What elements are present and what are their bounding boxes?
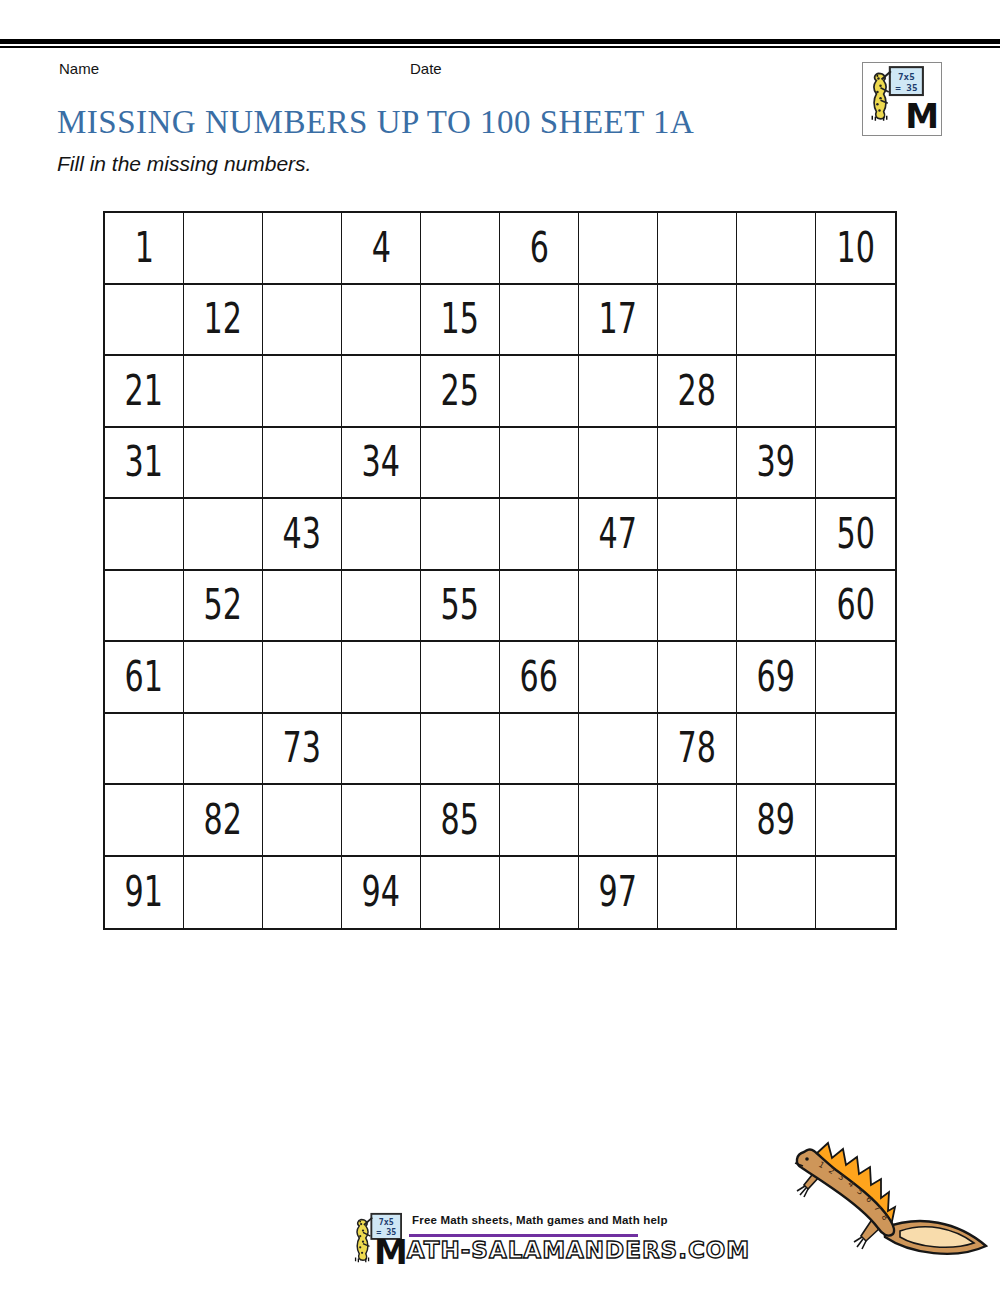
grid-number: 17 [599, 298, 637, 340]
grid-cell-blank[interactable] [263, 857, 342, 929]
grid-cell-blank[interactable] [579, 356, 658, 428]
grid-cell-filled: 47 [579, 499, 658, 571]
grid-number: 43 [283, 513, 321, 555]
grid-cell-blank[interactable] [579, 428, 658, 500]
grid-cell-blank[interactable] [579, 642, 658, 714]
grid-cell-blank[interactable] [500, 285, 579, 357]
grid-cell-blank[interactable] [421, 428, 500, 500]
salamander-illustration: 1 2 3 4 5 6 7 8 9 [788, 1136, 1000, 1260]
grid-cell-filled: 15 [421, 285, 500, 357]
grid-cell-blank[interactable] [658, 213, 737, 285]
grid-cell-blank[interactable] [816, 285, 895, 357]
grid-cell-filled: 50 [816, 499, 895, 571]
grid-cell-blank[interactable] [737, 714, 816, 786]
grid-cell-filled: 21 [105, 356, 184, 428]
grid-cell-blank[interactable] [342, 356, 421, 428]
grid-cell-blank[interactable] [263, 428, 342, 500]
grid-cell-blank[interactable] [263, 642, 342, 714]
grid-cell-blank[interactable] [500, 785, 579, 857]
grid-cell-filled: 17 [579, 285, 658, 357]
site-name: MATH-SALAMANDERS.COM [374, 1235, 750, 1269]
grid-cell-filled: 60 [816, 571, 895, 643]
grid-number: 89 [757, 799, 795, 841]
grid-cell-blank[interactable] [658, 571, 737, 643]
grid-cell-blank[interactable] [105, 785, 184, 857]
grid-cell-blank[interactable] [263, 356, 342, 428]
grid-number: 85 [441, 799, 479, 841]
grid-number: 1 [134, 227, 153, 269]
grid-cell-blank[interactable] [579, 714, 658, 786]
grid-cell-filled: 66 [500, 642, 579, 714]
grid-number: 55 [441, 584, 479, 626]
grid-cell-blank[interactable] [342, 571, 421, 643]
grid-cell-blank[interactable] [579, 785, 658, 857]
grid-cell-blank[interactable] [658, 428, 737, 500]
grid-cell-filled: 43 [263, 499, 342, 571]
math-salamanders-logo: M [862, 62, 942, 136]
grid-cell-blank[interactable] [184, 499, 263, 571]
grid-number: 97 [599, 871, 637, 913]
grid-cell-blank[interactable] [184, 213, 263, 285]
grid-cell-blank[interactable] [105, 285, 184, 357]
grid-cell-blank[interactable] [421, 499, 500, 571]
grid-cell-blank[interactable] [263, 571, 342, 643]
grid-cell-blank[interactable] [500, 499, 579, 571]
grid-cell-filled: 6 [500, 213, 579, 285]
grid-cell-filled: 73 [263, 714, 342, 786]
grid-cell-blank[interactable] [263, 785, 342, 857]
grid-cell-blank[interactable] [737, 285, 816, 357]
grid-cell-blank[interactable] [658, 499, 737, 571]
grid-cell-filled: 85 [421, 785, 500, 857]
grid-cell-filled: 82 [184, 785, 263, 857]
logo-letter-m: M [905, 99, 937, 133]
grid-cell-blank[interactable] [816, 428, 895, 500]
grid-cell-blank[interactable] [579, 571, 658, 643]
grid-cell-blank[interactable] [342, 642, 421, 714]
grid-cell-blank[interactable] [263, 213, 342, 285]
grid-number: 73 [283, 727, 321, 769]
grid-cell-blank[interactable] [658, 857, 737, 929]
grid-number: 10 [836, 227, 874, 269]
grid-number: 52 [204, 584, 242, 626]
grid-cell-blank[interactable] [737, 499, 816, 571]
grid-number: 94 [362, 871, 400, 913]
grid-cell-blank[interactable] [737, 857, 816, 929]
grid-number: 6 [529, 227, 548, 269]
grid-cell-filled: 94 [342, 857, 421, 929]
grid-cell-blank[interactable] [579, 213, 658, 285]
grid-number: 91 [125, 871, 163, 913]
grid-cell-blank[interactable] [500, 428, 579, 500]
top-rule-thick [0, 39, 1000, 44]
grid-cell-filled: 91 [105, 857, 184, 929]
grid-cell-blank[interactable] [184, 714, 263, 786]
grid-cell-blank[interactable] [816, 785, 895, 857]
grid-number: 47 [599, 513, 637, 555]
number-grid: 1461012151721252831343943475052556061666… [103, 211, 897, 930]
grid-cell-blank[interactable] [421, 213, 500, 285]
grid-number: 25 [441, 370, 479, 412]
grid-number: 60 [836, 584, 874, 626]
grid-cell-blank[interactable] [421, 857, 500, 929]
grid-cell-blank[interactable] [263, 285, 342, 357]
grid-number: 15 [441, 298, 479, 340]
instruction-text: Fill in the missing numbers. [57, 152, 311, 176]
footer-tagline: Free Math sheets, Math games and Math he… [412, 1214, 668, 1226]
grid-cell-filled: 10 [816, 213, 895, 285]
grid-cell-filled: 31 [105, 428, 184, 500]
grid-cell-blank[interactable] [421, 714, 500, 786]
grid-cell-blank[interactable] [342, 499, 421, 571]
grid-number: 34 [362, 441, 400, 483]
grid-cell-filled: 28 [658, 356, 737, 428]
grid-cell-filled: 34 [342, 428, 421, 500]
grid-cell-filled: 55 [421, 571, 500, 643]
page-title: MISSING NUMBERS UP TO 100 SHEET 1A [57, 104, 694, 141]
grid-number: 21 [125, 370, 163, 412]
grid-cell-blank[interactable] [184, 857, 263, 929]
grid-cell-filled: 89 [737, 785, 816, 857]
grid-cell-blank[interactable] [737, 571, 816, 643]
grid-cell-blank[interactable] [658, 285, 737, 357]
grid-cell-blank[interactable] [105, 714, 184, 786]
grid-cell-blank[interactable] [737, 356, 816, 428]
grid-number: 28 [678, 370, 716, 412]
grid-cell-blank[interactable] [658, 785, 737, 857]
grid-cell-blank[interactable] [500, 571, 579, 643]
grid-number: 12 [204, 298, 242, 340]
grid-cell-filled: 39 [737, 428, 816, 500]
grid-number: 50 [836, 513, 874, 555]
site-name-first-letter: M [374, 1232, 407, 1272]
grid-cell-blank[interactable] [816, 356, 895, 428]
worksheet-page: { "game": "missing-numbers-hundred-chart… [0, 0, 1000, 1294]
name-label: Name [59, 60, 99, 77]
grid-cell-blank[interactable] [184, 356, 263, 428]
grid-cell-filled: 78 [658, 714, 737, 786]
grid-cell-filled: 52 [184, 571, 263, 643]
grid-number: 4 [371, 227, 390, 269]
grid-cell-blank[interactable] [500, 857, 579, 929]
grid-cell-blank[interactable] [342, 714, 421, 786]
grid-cell-blank[interactable] [500, 714, 579, 786]
grid-cell-filled: 12 [184, 285, 263, 357]
grid-cell-filled: 69 [737, 642, 816, 714]
grid-cell-blank[interactable] [342, 785, 421, 857]
top-rule-thin [0, 46, 1000, 48]
site-name-rest: ATH-SALAMANDERS.COM [407, 1237, 750, 1263]
grid-number: 66 [520, 656, 558, 698]
grid-cell-blank[interactable] [105, 571, 184, 643]
grid-cell-blank[interactable] [184, 428, 263, 500]
grid-cell-blank[interactable] [421, 642, 500, 714]
grid-number: 31 [125, 441, 163, 483]
grid-cell-blank[interactable] [184, 642, 263, 714]
grid-number: 39 [757, 441, 795, 483]
grid-cell-blank[interactable] [342, 285, 421, 357]
grid-cell-filled: 25 [421, 356, 500, 428]
grid-cell-blank[interactable] [658, 642, 737, 714]
grid-cell-filled: 4 [342, 213, 421, 285]
grid-cell-filled: 97 [579, 857, 658, 929]
grid-number: 69 [757, 656, 795, 698]
grid-cell-blank[interactable] [816, 642, 895, 714]
grid-cell-blank[interactable] [737, 213, 816, 285]
grid-cell-blank[interactable] [816, 857, 895, 929]
grid-cell-blank[interactable] [816, 714, 895, 786]
grid-cell-filled: 61 [105, 642, 184, 714]
grid-number: 78 [678, 727, 716, 769]
grid-cell-filled: 1 [105, 213, 184, 285]
grid-cell-blank[interactable] [500, 356, 579, 428]
grid-number: 82 [204, 799, 242, 841]
grid-cell-blank[interactable] [105, 499, 184, 571]
grid-number: 61 [125, 656, 163, 698]
date-label: Date [410, 60, 442, 77]
